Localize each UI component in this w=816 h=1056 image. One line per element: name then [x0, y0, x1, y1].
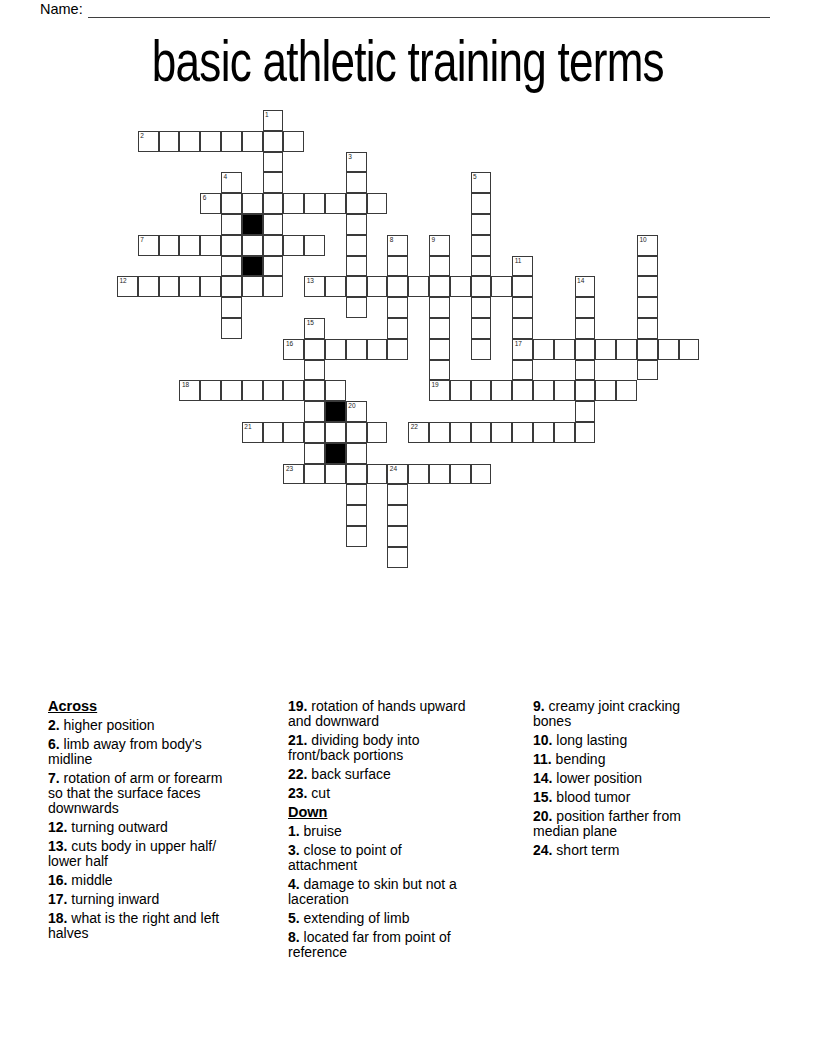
black-cell [242, 256, 263, 277]
crossword-cell[interactable] [159, 235, 180, 256]
crossword-cell[interactable] [263, 172, 284, 193]
clue-text: turning outward [67, 819, 167, 835]
crossword-cell[interactable] [283, 193, 304, 214]
crossword-cell[interactable] [429, 318, 450, 339]
crossword-cell[interactable] [325, 193, 346, 214]
cell-number: 20 [348, 402, 355, 409]
clue-number: 5. [288, 910, 300, 926]
crossword-cell[interactable] [346, 443, 367, 464]
crossword-cell[interactable] [304, 380, 325, 401]
cell-number: 6 [203, 194, 207, 201]
clue-text: higher position [60, 717, 155, 733]
crossword-cell[interactable]: 6 [200, 193, 221, 214]
crossword-cell[interactable] [387, 505, 408, 526]
crossword-cell[interactable] [429, 256, 450, 277]
cell-number: 9 [431, 236, 435, 243]
clue-text: dividing body into front/back portions [288, 732, 420, 763]
cell-number: 19 [431, 381, 438, 388]
crossword-cell[interactable] [471, 276, 492, 297]
cell-number: 1 [265, 111, 269, 118]
crossword-cell[interactable] [179, 276, 200, 297]
crossword-cell[interactable] [325, 339, 346, 360]
clue-column-3: 9. creamy joint cracking bones10. long l… [533, 699, 772, 862]
crossword-cell[interactable] [491, 276, 512, 297]
crossword-cell[interactable] [408, 276, 429, 297]
crossword-cell[interactable] [221, 235, 242, 256]
clue-8: 8. located far from point of reference [288, 930, 533, 960]
crossword-cell[interactable] [304, 235, 325, 256]
clues-section: Across2. higher position6. limb away fro… [48, 699, 774, 964]
crossword-cell[interactable] [304, 401, 325, 422]
crossword-cell[interactable] [595, 380, 616, 401]
crossword-cell[interactable]: 22 [408, 422, 429, 443]
crossword-cell[interactable] [200, 131, 221, 152]
crossword-cell[interactable]: 14 [575, 276, 596, 297]
down-heading: Down [288, 805, 533, 820]
crossword-cell[interactable] [242, 380, 263, 401]
clue-number: 2. [48, 717, 60, 733]
clue-number: 17. [48, 891, 67, 907]
crossword-cell[interactable] [387, 256, 408, 277]
clue-15: 15. blood tumor [533, 790, 772, 805]
crossword-cell[interactable] [471, 339, 492, 360]
crossword-cell[interactable] [429, 339, 450, 360]
clue-1: 1. bruise [288, 824, 533, 839]
cell-number: 11 [515, 257, 522, 264]
crossword-cell[interactable]: 20 [346, 401, 367, 422]
worksheet-page: Name: basic athletic training terms 1234… [0, 0, 816, 1056]
crossword-cell[interactable] [346, 193, 367, 214]
crossword-cell[interactable] [471, 318, 492, 339]
crossword-cell[interactable] [471, 235, 492, 256]
crossword-cell[interactable] [263, 193, 284, 214]
crossword-cell[interactable] [533, 339, 554, 360]
crossword-cell[interactable] [637, 339, 658, 360]
clue-number: 12. [48, 819, 67, 835]
crossword-cell[interactable] [637, 276, 658, 297]
clue-12: 12. turning outward [48, 820, 288, 835]
crossword-cell[interactable] [263, 235, 284, 256]
crossword-cell[interactable] [346, 235, 367, 256]
crossword-cell[interactable] [263, 256, 284, 277]
clue-number: 19. [288, 698, 307, 714]
crossword-cell[interactable] [387, 526, 408, 547]
clue-7: 7. rotation of arm or forearm so that th… [48, 771, 288, 816]
crossword-cell[interactable] [367, 276, 388, 297]
crossword-cell[interactable]: 23 [283, 464, 304, 485]
clue-10: 10. long lasting [533, 733, 772, 748]
crossword-cell[interactable]: 11 [512, 256, 533, 277]
clue-text: bruise [300, 823, 342, 839]
crossword-cell[interactable] [325, 422, 346, 443]
clue-text: long lasting [552, 732, 627, 748]
crossword-cell[interactable] [179, 131, 200, 152]
crossword-cell[interactable] [575, 422, 596, 443]
crossword-cell[interactable]: 24 [387, 464, 408, 485]
crossword-cell[interactable] [346, 505, 367, 526]
crossword-cell[interactable] [304, 193, 325, 214]
crossword-cell[interactable] [346, 422, 367, 443]
clue-number: 10. [533, 732, 552, 748]
crossword-cell[interactable] [575, 380, 596, 401]
crossword-cell[interactable] [637, 297, 658, 318]
crossword-cell[interactable] [221, 193, 242, 214]
crossword-cell[interactable] [471, 193, 492, 214]
clue-5: 5. extending of limb [288, 911, 533, 926]
cell-number: 24 [390, 465, 397, 472]
clue-number: 11. [533, 751, 552, 767]
crossword-cell[interactable] [637, 360, 658, 381]
clue-number: 21. [288, 732, 307, 748]
crossword-cell[interactable] [263, 422, 284, 443]
crossword-cell[interactable] [242, 276, 263, 297]
crossword-cell[interactable] [179, 235, 200, 256]
crossword-cell[interactable] [283, 131, 304, 152]
crossword-cell[interactable] [367, 339, 388, 360]
clue-number: 20. [533, 808, 552, 824]
crossword-cell[interactable] [159, 276, 180, 297]
clue-4: 4. damage to skin but not a laceration [288, 877, 533, 907]
clue-text: back surface [307, 766, 390, 782]
cell-number: 8 [390, 236, 394, 243]
crossword-cell[interactable] [512, 380, 533, 401]
crossword-cell[interactable] [408, 464, 429, 485]
cell-number: 2 [140, 132, 144, 139]
crossword-grid: 123456789101112131415161718192021222324 [117, 110, 699, 568]
crossword-cell[interactable] [637, 318, 658, 339]
crossword-cell[interactable] [346, 214, 367, 235]
clue-text: short term [552, 842, 619, 858]
name-row: Name: [40, 1, 770, 18]
crossword-cell[interactable] [471, 464, 492, 485]
cell-number: 17 [515, 340, 522, 347]
crossword-cell[interactable] [367, 464, 388, 485]
crossword-cell[interactable] [554, 380, 575, 401]
crossword-cell[interactable] [387, 276, 408, 297]
crossword-cell[interactable] [512, 360, 533, 381]
crossword-cell[interactable] [533, 380, 554, 401]
crossword-cell[interactable] [491, 422, 512, 443]
crossword-cell[interactable] [346, 464, 367, 485]
crossword-cell[interactable] [304, 360, 325, 381]
crossword-cell[interactable] [471, 214, 492, 235]
crossword-cell[interactable]: 12 [117, 276, 138, 297]
crossword-cell[interactable] [367, 422, 388, 443]
crossword-cell[interactable]: 5 [471, 172, 492, 193]
cell-number: 18 [182, 381, 189, 388]
cell-number: 4 [223, 173, 227, 180]
clue-number: 13. [48, 838, 67, 854]
clue-2: 2. higher position [48, 718, 288, 733]
cell-number: 7 [140, 236, 144, 243]
clue-text: blood tumor [552, 789, 630, 805]
crossword-cell[interactable] [575, 339, 596, 360]
crossword-cell[interactable] [658, 339, 679, 360]
crossword-cell[interactable] [679, 339, 700, 360]
crossword-cell[interactable] [575, 318, 596, 339]
crossword-cell[interactable] [575, 401, 596, 422]
clue-text: close to point of attachment [288, 842, 402, 873]
crossword-cell[interactable] [512, 422, 533, 443]
crossword-cell[interactable]: 19 [429, 380, 450, 401]
crossword-cell[interactable] [429, 360, 450, 381]
crossword-cell[interactable] [429, 464, 450, 485]
crossword-cell[interactable] [450, 380, 471, 401]
crossword-cell[interactable] [554, 339, 575, 360]
crossword-cell[interactable] [346, 172, 367, 193]
crossword-cell[interactable] [554, 422, 575, 443]
crossword-cell[interactable] [450, 422, 471, 443]
clue-number: 8. [288, 929, 300, 945]
clue-text: rotation of arm or forearm so that the s… [48, 770, 222, 816]
clue-text: turning inward [67, 891, 159, 907]
crossword-cell[interactable] [450, 464, 471, 485]
crossword-cell[interactable]: 3 [346, 152, 367, 173]
crossword-cell[interactable] [595, 339, 616, 360]
crossword-cell[interactable] [263, 152, 284, 173]
clue-text: lower position [552, 770, 642, 786]
crossword-cell[interactable] [346, 276, 367, 297]
cell-number: 22 [411, 423, 418, 430]
crossword-cell[interactable] [637, 256, 658, 277]
crossword-cell[interactable]: 10 [637, 235, 658, 256]
cell-number: 14 [577, 277, 584, 284]
clue-14: 14. lower position [533, 771, 772, 786]
crossword-cell[interactable] [221, 318, 242, 339]
cell-number: 21 [244, 423, 251, 430]
crossword-cell[interactable] [512, 318, 533, 339]
crossword-cell[interactable] [263, 276, 284, 297]
cell-number: 16 [286, 340, 293, 347]
clue-19: 19. rotation of hands upward and downwar… [288, 699, 533, 729]
name-label: Name: [40, 1, 88, 18]
clue-number: 6. [48, 736, 60, 752]
crossword-cell[interactable] [138, 276, 159, 297]
crossword-cell[interactable] [346, 484, 367, 505]
clue-number: 22. [288, 766, 307, 782]
clue-16: 16. middle [48, 873, 288, 888]
crossword-cell[interactable] [221, 256, 242, 277]
crossword-cell[interactable] [346, 256, 367, 277]
crossword-cell[interactable] [283, 422, 304, 443]
crossword-cell[interactable] [346, 339, 367, 360]
crossword-cell[interactable] [325, 276, 346, 297]
crossword-cell[interactable] [283, 235, 304, 256]
crossword-cell[interactable] [575, 297, 596, 318]
clue-text: located far from point of reference [288, 929, 451, 960]
crossword-cell[interactable] [367, 193, 388, 214]
clue-number: 16. [48, 872, 67, 888]
crossword-cell[interactable] [325, 464, 346, 485]
cell-number: 5 [473, 173, 477, 180]
crossword-cell[interactable]: 15 [304, 318, 325, 339]
clue-22: 22. back surface [288, 767, 533, 782]
clue-text: position farther from median plane [533, 808, 681, 839]
clue-text: creamy joint cracking bones [533, 698, 680, 729]
clue-text: rotation of hands upward and downward [288, 698, 465, 729]
clue-24: 24. short term [533, 843, 772, 858]
name-blank-line[interactable] [88, 1, 770, 18]
crossword-cell[interactable] [616, 339, 637, 360]
cell-number: 13 [307, 277, 314, 284]
crossword-cell[interactable]: 7 [138, 235, 159, 256]
crossword-cell[interactable] [263, 214, 284, 235]
clue-number: 3. [288, 842, 300, 858]
clue-number: 9. [533, 698, 545, 714]
clue-13: 13. cuts body in upper half/ lower half [48, 839, 288, 869]
clue-column-1: Across2. higher position6. limb away fro… [48, 699, 288, 945]
crossword-cell[interactable] [512, 276, 533, 297]
crossword-cell[interactable] [387, 547, 408, 568]
clue-text: damage to skin but not a laceration [288, 876, 457, 907]
crossword-cell[interactable] [387, 484, 408, 505]
clue-3: 3. close to point of attachment [288, 843, 533, 873]
clue-20: 20. position farther from median plane [533, 809, 772, 839]
crossword-cell[interactable]: 8 [387, 235, 408, 256]
crossword-cell[interactable] [221, 297, 242, 318]
crossword-cell[interactable] [159, 131, 180, 152]
clue-6: 6. limb away from body's midline [48, 737, 288, 767]
clue-number: 15. [533, 789, 552, 805]
crossword-cell[interactable] [387, 297, 408, 318]
crossword-cell[interactable]: 13 [304, 276, 325, 297]
clue-number: 23. [288, 785, 307, 801]
clue-number: 14. [533, 770, 552, 786]
clue-number: 1. [288, 823, 300, 839]
black-cell [325, 401, 346, 422]
clue-text: limb away from body's midline [48, 736, 202, 767]
clue-text: cuts body in upper half/ lower half [48, 838, 216, 869]
crossword-cell[interactable]: 16 [283, 339, 304, 360]
crossword-cell[interactable] [283, 380, 304, 401]
crossword-cell[interactable]: 18 [179, 380, 200, 401]
clue-column-2: 19. rotation of hands upward and downwar… [288, 699, 533, 964]
clue-text: middle [67, 872, 112, 888]
clue-21: 21. dividing body into front/back portio… [288, 733, 533, 763]
crossword-cell[interactable] [616, 380, 637, 401]
crossword-cell[interactable] [304, 339, 325, 360]
crossword-cell[interactable] [221, 276, 242, 297]
clue-17: 17. turning inward [48, 892, 288, 907]
clue-18: 18. what is the right and left halves [48, 911, 288, 941]
clue-number: 4. [288, 876, 300, 892]
crossword-cell[interactable] [533, 422, 554, 443]
crossword-cell[interactable] [429, 422, 450, 443]
crossword-cell[interactable] [304, 422, 325, 443]
crossword-cell[interactable] [304, 464, 325, 485]
clue-number: 7. [48, 770, 60, 786]
clue-9: 9. creamy joint cracking bones [533, 699, 772, 729]
cell-number: 23 [286, 465, 293, 472]
clue-text: bending [552, 751, 606, 767]
cell-number: 15 [307, 319, 314, 326]
crossword-cell[interactable] [512, 297, 533, 318]
crossword-cell[interactable]: 21 [242, 422, 263, 443]
crossword-cell[interactable] [221, 131, 242, 152]
black-cell [242, 214, 263, 235]
crossword-cell[interactable] [471, 380, 492, 401]
crossword-cell[interactable] [325, 380, 346, 401]
crossword-cell[interactable]: 17 [512, 339, 533, 360]
crossword-cell[interactable] [242, 193, 263, 214]
crossword-cell[interactable] [471, 422, 492, 443]
crossword-cell[interactable] [263, 380, 284, 401]
crossword-cell[interactable] [491, 380, 512, 401]
cell-number: 12 [120, 277, 127, 284]
clue-text: extending of limb [300, 910, 410, 926]
crossword-cell[interactable] [471, 256, 492, 277]
crossword-cell[interactable]: 4 [221, 172, 242, 193]
crossword-cell[interactable] [387, 339, 408, 360]
crossword-cell[interactable] [575, 360, 596, 381]
crossword-cell[interactable] [200, 235, 221, 256]
cell-number: 10 [639, 236, 646, 243]
crossword-cell[interactable] [387, 318, 408, 339]
crossword-cell[interactable] [200, 276, 221, 297]
crossword-cell[interactable] [242, 235, 263, 256]
crossword-cell[interactable] [221, 380, 242, 401]
crossword-cell[interactable] [263, 131, 284, 152]
crossword-cell[interactable]: 1 [263, 110, 284, 131]
clue-23: 23. cut [288, 786, 533, 801]
crossword-cell[interactable] [429, 297, 450, 318]
crossword-cell[interactable] [346, 297, 367, 318]
crossword-cell[interactable] [304, 443, 325, 464]
crossword-cell[interactable] [221, 214, 242, 235]
black-cell [325, 443, 346, 464]
crossword-cell[interactable] [346, 526, 367, 547]
page-title: basic athletic training terms [0, 30, 816, 92]
crossword-cell[interactable] [471, 297, 492, 318]
clue-number: 18. [48, 910, 67, 926]
crossword-cell[interactable]: 2 [138, 131, 159, 152]
crossword-cell[interactable] [450, 276, 471, 297]
crossword-cell[interactable] [200, 380, 221, 401]
clue-text: what is the right and left halves [48, 910, 219, 941]
across-heading: Across [48, 699, 288, 714]
page-title-text: basic athletic training terms [152, 30, 664, 92]
clue-11: 11. bending [533, 752, 772, 767]
clue-text: cut [307, 785, 330, 801]
cell-number: 3 [348, 153, 352, 160]
crossword-cell[interactable] [429, 276, 450, 297]
clue-number: 24. [533, 842, 552, 858]
crossword-cell[interactable]: 9 [429, 235, 450, 256]
crossword-cell[interactable] [242, 131, 263, 152]
